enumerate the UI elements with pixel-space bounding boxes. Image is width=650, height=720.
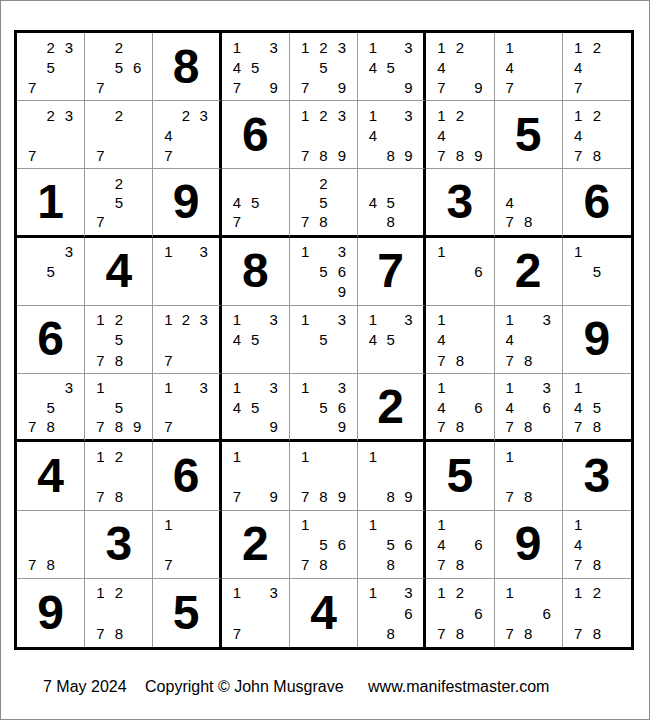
candidate-1: 1: [432, 105, 450, 125]
candidate-empty: [400, 193, 418, 212]
candidate-empty: [400, 57, 418, 77]
cell-r1c8[interactable]: 147: [495, 33, 563, 101]
cell-r1c5[interactable]: 123579: [290, 33, 358, 101]
candidate-3: 3: [333, 37, 351, 57]
cell-r4c9[interactable]: 15: [563, 238, 631, 306]
cell-r2c5[interactable]: 123789: [290, 101, 358, 169]
cell-r5c6[interactable]: 1345: [358, 306, 426, 374]
cell-r3c9[interactable]: 6: [563, 169, 631, 237]
cell-r7c2[interactable]: 1278: [85, 442, 153, 510]
candidate-4: 4: [228, 330, 246, 350]
candidate-empty: [519, 193, 537, 212]
candidate-empty: [606, 555, 625, 575]
cell-r8c9[interactable]: 1478: [563, 511, 631, 579]
candidate-8: 8: [588, 555, 607, 575]
pencil-marks: 2578: [290, 169, 357, 234]
cell-r7c8[interactable]: 178: [495, 442, 563, 510]
candidate-empty: [364, 535, 382, 555]
cell-value: 1: [17, 169, 84, 234]
cell-r1c6[interactable]: 13459: [358, 33, 426, 101]
candidate-empty: [246, 350, 264, 370]
pencil-marks: 14578: [563, 374, 631, 439]
candidate-5: 5: [246, 193, 264, 212]
candidate-empty: [451, 282, 469, 302]
candidate-7: 7: [296, 145, 314, 165]
candidate-empty: [364, 624, 382, 644]
candidate-5: 5: [314, 193, 332, 212]
candidate-1: 1: [159, 378, 177, 397]
cell-r6c9[interactable]: 14578: [563, 374, 631, 442]
cell-r6c3[interactable]: 137: [153, 374, 221, 442]
pencil-marks: 13478: [495, 306, 562, 373]
candidate-empty: [296, 262, 314, 282]
candidate-7: 7: [569, 417, 588, 436]
candidate-7: 7: [569, 624, 588, 644]
cell-value: 7: [358, 238, 423, 305]
candidate-2: 2: [110, 310, 128, 330]
cell-r8c6[interactable]: 1568: [358, 511, 426, 579]
cell-r8c2[interactable]: 3: [85, 511, 153, 579]
candidate-1: 1: [296, 242, 314, 262]
candidate-empty: [91, 105, 109, 125]
cell-r7c3[interactable]: 6: [153, 442, 221, 510]
candidate-5: 5: [246, 398, 264, 417]
cell-r3c6[interactable]: 458: [358, 169, 426, 237]
cell-r1c3[interactable]: 8: [153, 33, 221, 101]
cell-r6c8[interactable]: 134678: [495, 374, 563, 442]
cell-r1c9[interactable]: 1247: [563, 33, 631, 101]
candidate-empty: [382, 603, 400, 623]
cell-r7c6[interactable]: 189: [358, 442, 426, 510]
candidate-2: 2: [41, 37, 59, 57]
candidate-empty: [400, 350, 418, 370]
candidate-6: 6: [333, 262, 351, 282]
candidate-empty: [382, 77, 400, 97]
candidate-empty: [537, 57, 555, 77]
cell-r7c7[interactable]: 5: [426, 442, 494, 510]
cell-r9c2[interactable]: 1278: [85, 579, 153, 647]
candidate-empty: [333, 125, 351, 145]
candidate-5: 5: [110, 193, 128, 212]
candidate-empty: [333, 173, 351, 192]
candidate-6: 6: [333, 535, 351, 555]
pencil-marks: 16: [426, 238, 493, 305]
cell-r2c3[interactable]: 2347: [153, 101, 221, 169]
candidate-3: 3: [60, 105, 78, 125]
candidate-7: 7: [501, 77, 519, 97]
cell-r4c4[interactable]: 8: [222, 238, 290, 306]
candidate-empty: [606, 583, 625, 603]
cell-r7c1[interactable]: 4: [17, 442, 85, 510]
cell-value: 4: [85, 238, 152, 305]
pencil-marks: 178: [495, 442, 562, 509]
cell-r1c4[interactable]: 134579: [222, 33, 290, 101]
candidate-empty: [60, 282, 78, 302]
cell-r8c5[interactable]: 15678: [290, 511, 358, 579]
candidate-7: 7: [23, 555, 41, 575]
candidate-empty: [110, 145, 128, 165]
candidate-empty: [314, 378, 332, 397]
cell-value: 3: [426, 169, 493, 234]
candidate-empty: [314, 310, 332, 330]
candidate-3: 3: [264, 37, 282, 57]
candidate-7: 7: [501, 417, 519, 436]
candidate-empty: [451, 603, 469, 623]
candidate-7: 7: [296, 212, 314, 231]
cell-value: 3: [85, 511, 152, 578]
candidate-9: 9: [128, 417, 146, 436]
candidate-empty: [177, 350, 195, 370]
candidate-9: 9: [333, 282, 351, 302]
pencil-marks: 257: [85, 169, 152, 234]
candidate-7: 7: [159, 555, 177, 575]
candidate-6: 6: [469, 262, 487, 282]
candidate-empty: [264, 193, 282, 212]
cell-r5c9[interactable]: 9: [563, 306, 631, 374]
candidate-2: 2: [110, 173, 128, 192]
candidate-4: 4: [569, 398, 588, 417]
candidate-empty: [264, 603, 282, 623]
candidate-8: 8: [588, 145, 607, 165]
candidate-8: 8: [110, 624, 128, 644]
candidate-8: 8: [382, 555, 400, 575]
cell-r6c1[interactable]: 3578: [17, 374, 85, 442]
candidate-4: 4: [432, 125, 450, 145]
candidate-6: 6: [469, 603, 487, 623]
candidate-8: 8: [451, 145, 469, 165]
candidate-empty: [110, 77, 128, 97]
pencil-marks: 1678: [495, 579, 562, 647]
candidate-7: 7: [228, 486, 246, 506]
candidate-empty: [364, 555, 382, 575]
cell-r2c4[interactable]: 6: [222, 101, 290, 169]
candidate-3: 3: [195, 105, 213, 125]
candidate-4: 4: [228, 193, 246, 212]
candidate-empty: [60, 125, 78, 145]
candidate-empty: [110, 125, 128, 145]
candidate-empty: [128, 330, 146, 350]
candidate-7: 7: [23, 417, 41, 436]
candidate-empty: [519, 330, 537, 350]
candidate-empty: [606, 624, 625, 644]
candidate-empty: [606, 398, 625, 417]
cell-r5c8[interactable]: 13478: [495, 306, 563, 374]
candidate-empty: [41, 145, 59, 165]
cell-r3c7[interactable]: 3: [426, 169, 494, 237]
candidate-empty: [246, 310, 264, 330]
cell-r4c6[interactable]: 7: [358, 238, 426, 306]
cell-value: 5: [495, 101, 562, 168]
cell-r9c5[interactable]: 4: [290, 579, 358, 647]
candidate-3: 3: [537, 378, 555, 397]
candidate-empty: [519, 446, 537, 466]
candidate-4: 4: [364, 330, 382, 350]
candidate-1: 1: [228, 378, 246, 397]
candidate-empty: [569, 262, 588, 282]
candidate-empty: [333, 515, 351, 535]
cell-r3c8[interactable]: 478: [495, 169, 563, 237]
candidate-2: 2: [110, 105, 128, 125]
candidate-empty: [469, 57, 487, 77]
candidate-empty: [333, 350, 351, 370]
cell-r4c5[interactable]: 13569: [290, 238, 358, 306]
cell-r2c9[interactable]: 12478: [563, 101, 631, 169]
candidate-empty: [606, 242, 625, 262]
candidate-empty: [177, 378, 195, 397]
candidate-empty: [228, 603, 246, 623]
cell-r2c8[interactable]: 5: [495, 101, 563, 169]
candidate-empty: [364, 603, 382, 623]
pencil-marks: 13569: [290, 238, 357, 305]
candidate-empty: [177, 125, 195, 145]
cell-r6c5[interactable]: 13569: [290, 374, 358, 442]
pencil-marks: 1278: [85, 442, 152, 509]
candidate-7: 7: [91, 417, 109, 436]
candidate-1: 1: [501, 583, 519, 603]
candidate-2: 2: [41, 105, 59, 125]
candidate-empty: [606, 417, 625, 436]
cell-r7c9[interactable]: 3: [563, 442, 631, 510]
candidate-2: 2: [588, 105, 607, 125]
candidate-empty: [23, 282, 41, 302]
candidate-2: 2: [177, 105, 195, 125]
candidate-empty: [382, 446, 400, 466]
candidate-empty: [519, 310, 537, 330]
cell-r8c3[interactable]: 17: [153, 511, 221, 579]
cell-r3c1[interactable]: 1: [17, 169, 85, 237]
candidate-7: 7: [296, 77, 314, 97]
candidate-empty: [246, 603, 264, 623]
pencil-marks: 14678: [426, 511, 493, 578]
candidate-1: 1: [501, 378, 519, 397]
cell-r3c5[interactable]: 2578: [290, 169, 358, 237]
candidate-empty: [382, 466, 400, 486]
candidate-empty: [91, 330, 109, 350]
candidate-empty: [246, 173, 264, 192]
pencil-marks: 1789: [290, 442, 357, 509]
candidate-1: 1: [91, 378, 109, 397]
candidate-6: 6: [400, 535, 418, 555]
cell-r2c7[interactable]: 124789: [426, 101, 494, 169]
candidate-empty: [128, 466, 146, 486]
candidate-7: 7: [91, 624, 109, 644]
cell-r5c1[interactable]: 6: [17, 306, 85, 374]
candidate-5: 5: [588, 262, 607, 282]
candidate-3: 3: [60, 378, 78, 397]
candidate-empty: [228, 173, 246, 192]
cell-r8c7[interactable]: 14678: [426, 511, 494, 579]
candidate-2: 2: [314, 173, 332, 192]
candidate-empty: [128, 212, 146, 231]
pencil-marks: 189: [358, 442, 423, 509]
candidate-empty: [364, 77, 382, 97]
candidate-9: 9: [264, 417, 282, 436]
candidate-7: 7: [501, 486, 519, 506]
candidate-empty: [364, 173, 382, 192]
candidate-empty: [432, 262, 450, 282]
candidate-empty: [195, 535, 213, 555]
cell-value: 5: [153, 579, 218, 647]
cell-r4c8[interactable]: 2: [495, 238, 563, 306]
candidate-empty: [364, 145, 382, 165]
cell-r7c4[interactable]: 179: [222, 442, 290, 510]
candidate-4: 4: [501, 193, 519, 212]
candidate-empty: [177, 282, 195, 302]
cell-value: 4: [17, 442, 84, 509]
cell-r2c1[interactable]: 237: [17, 101, 85, 169]
cell-r5c3[interactable]: 1237: [153, 306, 221, 374]
candidate-empty: [606, 378, 625, 397]
cell-r9c4[interactable]: 137: [222, 579, 290, 647]
cell-r1c1[interactable]: 2357: [17, 33, 85, 101]
candidate-empty: [519, 583, 537, 603]
candidate-7: 7: [159, 145, 177, 165]
cell-r3c4[interactable]: 457: [222, 169, 290, 237]
candidate-empty: [128, 173, 146, 192]
cell-r6c7[interactable]: 14678: [426, 374, 494, 442]
candidate-1: 1: [296, 37, 314, 57]
candidate-4: 4: [569, 535, 588, 555]
candidate-6: 6: [537, 603, 555, 623]
cell-r4c1[interactable]: 35: [17, 238, 85, 306]
cell-r3c3[interactable]: 9: [153, 169, 221, 237]
cell-r3c2[interactable]: 257: [85, 169, 153, 237]
pencil-marks: 123789: [290, 101, 357, 168]
candidate-empty: [264, 446, 282, 466]
candidate-empty: [469, 555, 487, 575]
cell-r9c7[interactable]: 12678: [426, 579, 494, 647]
candidate-empty: [41, 77, 59, 97]
candidate-7: 7: [159, 350, 177, 370]
cell-r2c6[interactable]: 13489: [358, 101, 426, 169]
candidate-6: 6: [469, 535, 487, 555]
candidate-empty: [519, 603, 537, 623]
cell-r9c1[interactable]: 9: [17, 579, 85, 647]
candidate-9: 9: [400, 77, 418, 97]
candidate-8: 8: [41, 417, 59, 436]
candidate-7: 7: [91, 77, 109, 97]
cell-r5c2[interactable]: 12578: [85, 306, 153, 374]
candidate-empty: [91, 193, 109, 212]
cell-r6c6[interactable]: 2: [358, 374, 426, 442]
candidate-8: 8: [451, 624, 469, 644]
candidate-empty: [314, 515, 332, 535]
candidate-5: 5: [110, 330, 128, 350]
candidate-empty: [60, 417, 78, 436]
cell-r4c2[interactable]: 4: [85, 238, 153, 306]
candidate-8: 8: [314, 486, 332, 506]
candidate-1: 1: [569, 37, 588, 57]
candidate-1: 1: [432, 310, 450, 330]
candidate-1: 1: [159, 515, 177, 535]
candidate-empty: [159, 282, 177, 302]
candidate-empty: [128, 350, 146, 370]
candidate-empty: [128, 37, 146, 57]
cell-r6c2[interactable]: 15789: [85, 374, 153, 442]
cell-r9c6[interactable]: 1368: [358, 579, 426, 647]
footer-copyright: Copyright © John Musgrave: [145, 678, 344, 695]
candidate-empty: [246, 212, 264, 231]
candidate-3: 3: [400, 583, 418, 603]
candidate-4: 4: [501, 330, 519, 350]
cell-r8c4[interactable]: 2: [222, 511, 290, 579]
candidate-8: 8: [519, 212, 537, 231]
sudoku-board: 2357256781345791235791345912479147124723…: [14, 30, 634, 650]
candidate-empty: [177, 515, 195, 535]
candidate-empty: [588, 77, 607, 97]
cell-r1c2[interactable]: 2567: [85, 33, 153, 101]
candidate-empty: [314, 242, 332, 262]
candidate-1: 1: [228, 310, 246, 330]
candidate-empty: [333, 193, 351, 212]
candidate-empty: [333, 212, 351, 231]
candidate-empty: [177, 330, 195, 350]
candidate-empty: [606, 603, 625, 623]
candidate-6: 6: [537, 398, 555, 417]
pencil-marks: 1568: [358, 511, 423, 578]
candidate-empty: [195, 125, 213, 145]
cell-r2c2[interactable]: 27: [85, 101, 153, 169]
pencil-marks: 13: [153, 238, 218, 305]
cell-r6c4[interactable]: 13459: [222, 374, 290, 442]
cell-r9c9[interactable]: 1278: [563, 579, 631, 647]
cell-r9c3[interactable]: 5: [153, 579, 221, 647]
candidate-8: 8: [451, 350, 469, 370]
candidate-empty: [519, 398, 537, 417]
cell-r1c7[interactable]: 12479: [426, 33, 494, 101]
candidate-empty: [519, 173, 537, 192]
candidate-empty: [400, 330, 418, 350]
candidate-8: 8: [451, 555, 469, 575]
candidate-1: 1: [501, 446, 519, 466]
cell-value: 6: [17, 306, 84, 373]
cell-r4c3[interactable]: 13: [153, 238, 221, 306]
candidate-empty: [537, 77, 555, 97]
pencil-marks: 2357: [17, 33, 84, 100]
candidate-empty: [246, 446, 264, 466]
candidate-7: 7: [91, 145, 109, 165]
candidate-empty: [264, 212, 282, 231]
candidate-empty: [606, 145, 625, 165]
cell-r5c5[interactable]: 135: [290, 306, 358, 374]
cell-r4c7[interactable]: 16: [426, 238, 494, 306]
candidate-empty: [264, 330, 282, 350]
pencil-marks: 457: [222, 169, 289, 234]
cell-r8c8[interactable]: 9: [495, 511, 563, 579]
candidate-empty: [314, 446, 332, 466]
cell-r9c8[interactable]: 1678: [495, 579, 563, 647]
candidate-8: 8: [382, 212, 400, 231]
candidate-1: 1: [296, 515, 314, 535]
candidate-empty: [246, 486, 264, 506]
candidate-2: 2: [451, 37, 469, 57]
candidate-3: 3: [195, 378, 213, 397]
candidate-empty: [382, 515, 400, 535]
candidate-1: 1: [364, 37, 382, 57]
candidate-8: 8: [451, 417, 469, 436]
candidate-empty: [314, 77, 332, 97]
candidate-4: 4: [228, 57, 246, 77]
candidate-1: 1: [296, 446, 314, 466]
candidate-empty: [451, 262, 469, 282]
cell-r8c1[interactable]: 78: [17, 511, 85, 579]
cell-r5c7[interactable]: 1478: [426, 306, 494, 374]
cell-r7c5[interactable]: 1789: [290, 442, 358, 510]
cell-r5c4[interactable]: 1345: [222, 306, 290, 374]
candidate-7: 7: [296, 555, 314, 575]
candidate-empty: [537, 583, 555, 603]
candidate-empty: [400, 515, 418, 535]
